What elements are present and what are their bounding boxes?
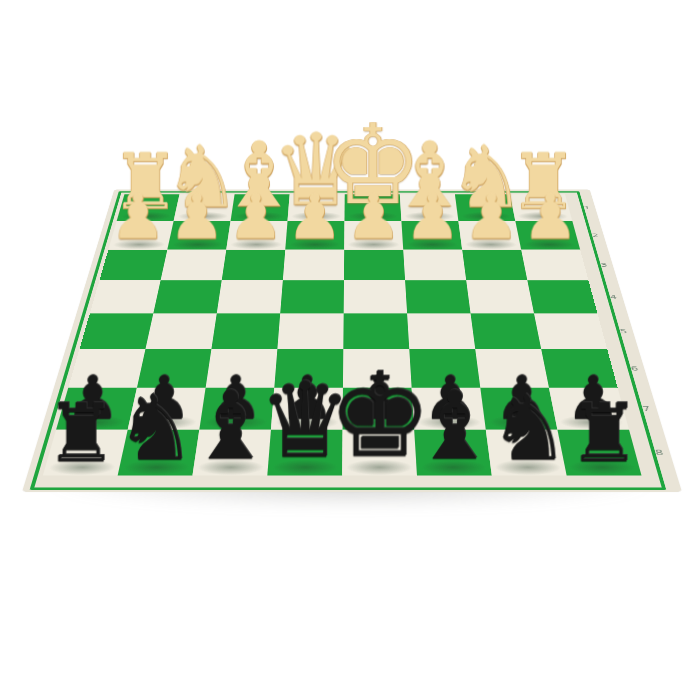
black-rook-glyph: ♜ (45, 393, 117, 474)
white-pawn-glyph: ♟ (346, 186, 402, 248)
square[interactable]: ♟ (344, 221, 403, 250)
black-rook[interactable]: ♜ (45, 393, 117, 474)
black-knight[interactable]: ♞ (488, 383, 569, 473)
square[interactable] (403, 250, 466, 281)
square[interactable] (222, 250, 286, 281)
square[interactable]: ♟ (167, 221, 230, 250)
square[interactable] (280, 280, 344, 313)
square[interactable]: ♝ (414, 430, 492, 476)
square[interactable] (277, 313, 343, 349)
square[interactable] (407, 313, 475, 349)
black-knight[interactable]: ♞ (115, 383, 196, 473)
white-pawn-glyph: ♟ (405, 186, 461, 248)
black-rook-glyph: ♜ (567, 393, 639, 474)
square[interactable] (471, 313, 542, 349)
square[interactable]: ♟ (401, 221, 462, 250)
square[interactable] (344, 280, 407, 313)
square[interactable]: ♚ (342, 430, 417, 476)
black-bishop-glyph: ♝ (412, 379, 497, 473)
white-pawn-glyph: ♟ (169, 186, 225, 248)
black-knight-glyph: ♞ (488, 383, 569, 473)
square[interactable]: ♟ (458, 221, 521, 250)
rank-label: 2 (586, 233, 604, 238)
square[interactable]: ♞ (486, 430, 567, 476)
white-pawn[interactable]: ♟ (110, 186, 166, 248)
square[interactable] (462, 250, 527, 281)
square[interactable] (90, 280, 161, 313)
white-pawn[interactable]: ♟ (523, 186, 579, 248)
square[interactable]: ♟ (285, 221, 344, 250)
square[interactable] (283, 250, 344, 281)
chessboard-scene: ♜♞♝♛♚♝♞♜♟♟♟♟♟♟♟♟♟♟♟♟♟♟♟♟♜♞♝♛♚♝♞♜ 1234567… (22, 142, 682, 492)
rank-label: 7 (635, 405, 657, 412)
white-pawn[interactable]: ♟ (405, 186, 461, 248)
white-pawn-glyph: ♟ (287, 186, 343, 248)
square[interactable] (153, 280, 221, 313)
square[interactable] (211, 313, 280, 349)
square[interactable] (99, 250, 167, 281)
white-pawn[interactable]: ♟ (169, 186, 225, 248)
black-knight-glyph: ♞ (115, 383, 196, 473)
square[interactable] (79, 313, 153, 349)
square[interactable] (534, 313, 607, 349)
square[interactable]: ♟ (515, 221, 580, 250)
board-squares: ♜♞♝♛♚♝♞♜♟♟♟♟♟♟♟♟♟♟♟♟♟♟♟♟♜♞♝♛♚♝♞♜ (43, 194, 642, 475)
square[interactable]: ♟ (108, 221, 173, 250)
white-pawn[interactable]: ♟ (346, 186, 402, 248)
white-pawn[interactable]: ♟ (464, 186, 520, 248)
rank-label: 6 (624, 365, 645, 372)
square[interactable] (527, 280, 597, 313)
white-pawn[interactable]: ♟ (228, 186, 284, 248)
black-bishop[interactable]: ♝ (412, 379, 497, 473)
white-pawn-glyph: ♟ (523, 186, 579, 248)
white-pawn-glyph: ♟ (228, 186, 284, 248)
square[interactable] (217, 280, 283, 313)
square[interactable] (161, 250, 227, 281)
photo-background: ♜♞♝♛♚♝♞♜♟♟♟♟♟♟♟♟♟♟♟♟♟♟♟♟♜♞♝♛♚♝♞♜ 1234567… (0, 0, 700, 700)
white-pawn-glyph: ♟ (464, 186, 520, 248)
white-pawn[interactable]: ♟ (287, 186, 343, 248)
square[interactable] (466, 280, 534, 313)
rank-label: 8 (648, 448, 672, 456)
rank-label: 4 (604, 294, 624, 300)
square[interactable] (145, 313, 216, 349)
rank-label: 3 (595, 262, 614, 267)
rank-label: 5 (613, 328, 634, 334)
white-pawn-glyph: ♟ (110, 186, 166, 248)
square[interactable] (344, 250, 405, 281)
rank-label: 1 (578, 205, 596, 210)
vinyl-chess-mat: ♜♞♝♛♚♝♞♜♟♟♟♟♟♟♟♟♟♟♟♟♟♟♟♟♜♞♝♛♚♝♞♜ 1234567… (22, 189, 682, 492)
square[interactable] (343, 313, 409, 349)
square[interactable]: ♟ (226, 221, 287, 250)
square[interactable] (521, 250, 588, 281)
square[interactable]: ♜ (557, 430, 641, 476)
square[interactable] (405, 280, 470, 313)
black-rook[interactable]: ♜ (567, 393, 639, 474)
